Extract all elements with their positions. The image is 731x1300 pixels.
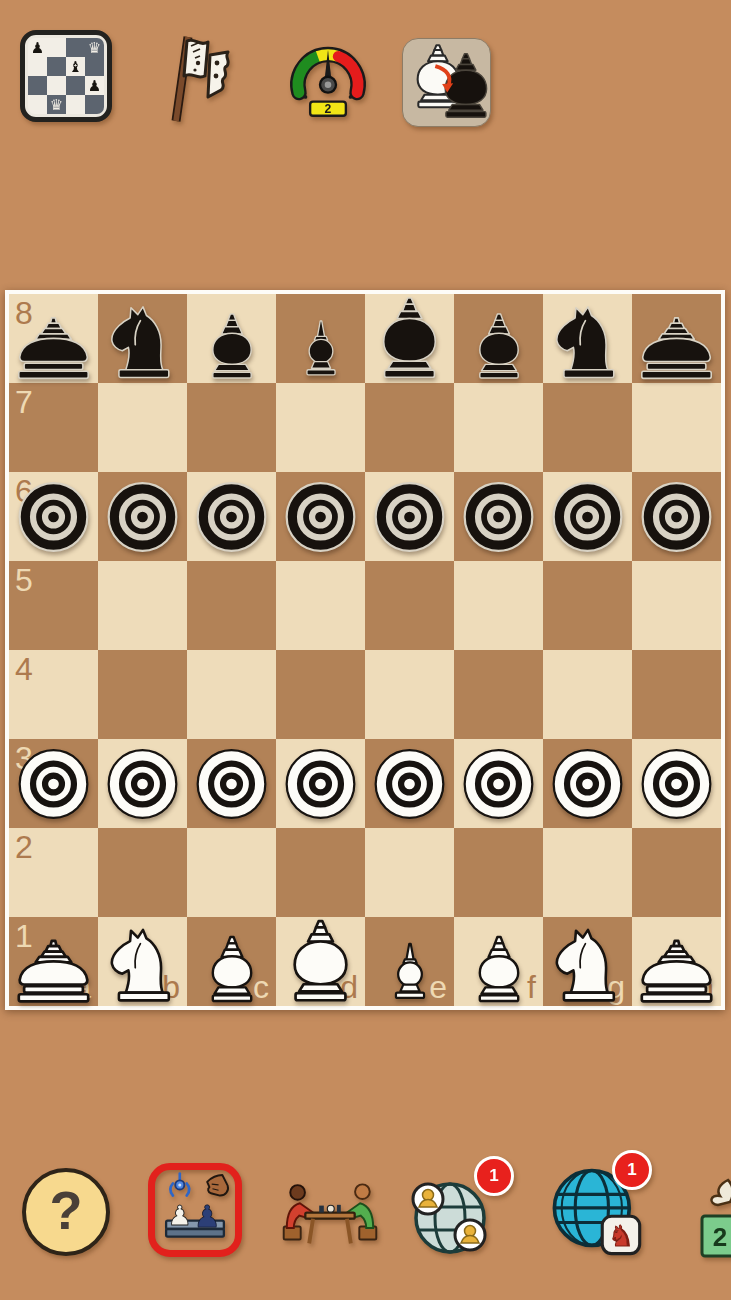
- black-bishop-c8[interactable]: [192, 306, 272, 386]
- help-button[interactable]: ?: [22, 1168, 110, 1256]
- position-setup-button[interactable]: ♟♛♝♟♛: [20, 30, 112, 122]
- mini-board-cell: [47, 38, 66, 57]
- white-bishop-c1[interactable]: [192, 929, 272, 1009]
- square-f4[interactable]: [454, 650, 543, 739]
- rank-label-7: 7: [15, 386, 33, 418]
- board: 87654321abcdefgh: [5, 290, 725, 1010]
- online-server-badge: 1: [612, 1150, 652, 1190]
- resign-button[interactable]: [150, 28, 250, 130]
- mini-board-cell: ♟: [85, 76, 104, 95]
- black-bishop-f8[interactable]: [459, 306, 539, 386]
- square-b4[interactable]: [98, 650, 187, 739]
- white-pawn-c3[interactable]: [187, 738, 276, 830]
- square-d7[interactable]: [276, 383, 365, 472]
- mini-board-cell: ♟: [28, 38, 47, 57]
- difficulty-button[interactable]: 2: [281, 33, 375, 127]
- square-f1[interactable]: f: [454, 917, 543, 1006]
- square-g6[interactable]: [543, 472, 632, 561]
- white-king-d1[interactable]: [276, 915, 365, 1009]
- square-a3[interactable]: 3: [9, 739, 98, 828]
- white-pawn-d3[interactable]: [276, 738, 365, 830]
- black-pawn-b6[interactable]: [98, 471, 187, 563]
- black-queen-d8[interactable]: [284, 312, 358, 386]
- svg-text:♟: ♟: [168, 1200, 193, 1231]
- white-knight-b1[interactable]: [100, 923, 186, 1009]
- square-e8[interactable]: [365, 294, 454, 383]
- square-a5[interactable]: 5: [9, 561, 98, 650]
- difficulty-level: 2: [325, 102, 332, 116]
- square-h4[interactable]: [632, 650, 721, 739]
- square-c1[interactable]: c: [187, 917, 276, 1006]
- online-server-button[interactable]: ♞ 1: [544, 1158, 648, 1262]
- square-a1[interactable]: 1a: [9, 917, 98, 1006]
- help-label: ?: [50, 1179, 83, 1241]
- speedometer-icon: 2: [281, 33, 375, 127]
- square-f7[interactable]: [454, 383, 543, 472]
- square-h3[interactable]: [632, 739, 721, 828]
- mini-board-cell: [66, 76, 85, 95]
- svg-text:♞: ♞: [608, 1220, 634, 1252]
- square-b5[interactable]: [98, 561, 187, 650]
- white-pawn-e3[interactable]: [365, 738, 454, 830]
- square-g1[interactable]: g: [543, 917, 632, 1006]
- square-d5[interactable]: [276, 561, 365, 650]
- white-rook-a1[interactable]: [9, 919, 98, 1009]
- square-h8[interactable]: [632, 294, 721, 383]
- square-c4[interactable]: [187, 650, 276, 739]
- switch-sides-button[interactable]: [402, 38, 491, 127]
- mini-board-cell: [28, 95, 47, 114]
- square-d3[interactable]: [276, 739, 365, 828]
- question-mark-icon: ?: [22, 1168, 110, 1256]
- square-e4[interactable]: [365, 650, 454, 739]
- white-queen-e1[interactable]: [373, 935, 447, 1009]
- square-d6[interactable]: [276, 472, 365, 561]
- square-a8[interactable]: 8: [9, 294, 98, 383]
- square-b1[interactable]: b: [98, 917, 187, 1006]
- square-d2[interactable]: [276, 828, 365, 917]
- black-pawn-a6[interactable]: [9, 471, 98, 563]
- white-pawn-b3[interactable]: [98, 738, 187, 830]
- rankings-button[interactable]: 2: [700, 1178, 731, 1268]
- square-a4[interactable]: 4: [9, 650, 98, 739]
- mini-board-cell: [66, 95, 85, 114]
- square-g2[interactable]: [543, 828, 632, 917]
- square-h2[interactable]: [632, 828, 721, 917]
- online-friends-button[interactable]: 1: [406, 1162, 506, 1262]
- selected-mode-highlight: ♟ ♟: [148, 1163, 242, 1257]
- black-rook-h8[interactable]: [632, 296, 721, 386]
- square-h5[interactable]: [632, 561, 721, 650]
- mini-board-cell: [28, 76, 47, 95]
- black-pawn-d6[interactable]: [276, 471, 365, 563]
- square-c2[interactable]: [187, 828, 276, 917]
- square-h6[interactable]: [632, 472, 721, 561]
- square-g4[interactable]: [543, 650, 632, 739]
- white-pawn-a3[interactable]: [9, 738, 98, 830]
- mini-board-cell: [28, 57, 47, 76]
- white-pawn-f3[interactable]: [454, 738, 543, 830]
- mini-board-cell: [47, 57, 66, 76]
- rank-label-2: 2: [15, 831, 33, 863]
- square-e6[interactable]: [365, 472, 454, 561]
- play-vs-computer-button[interactable]: ♟ ♟: [148, 1163, 242, 1257]
- square-c3[interactable]: [187, 739, 276, 828]
- podium-trophy-icon: 2: [700, 1178, 731, 1268]
- rankings-value: 2: [713, 1222, 727, 1252]
- mini-board-cell: [85, 57, 104, 76]
- white-rook-h1[interactable]: [632, 919, 721, 1009]
- black-knight-g8[interactable]: [545, 300, 631, 386]
- square-c7[interactable]: [187, 383, 276, 472]
- mini-board-cell: ♛: [47, 95, 66, 114]
- mini-board-cell: [47, 76, 66, 95]
- square-g3[interactable]: [543, 739, 632, 828]
- white-pawn-g3[interactable]: [543, 738, 632, 830]
- square-e1[interactable]: e: [365, 917, 454, 1006]
- black-pawn-e6[interactable]: [365, 471, 454, 563]
- square-e7[interactable]: [365, 383, 454, 472]
- black-rook-a8[interactable]: [9, 296, 98, 386]
- rank-label-5: 5: [15, 564, 33, 596]
- two-player-local-button[interactable]: [276, 1172, 384, 1250]
- mini-board-cell: [85, 95, 104, 114]
- online-friends-badge: 1: [474, 1156, 514, 1196]
- svg-text:♟: ♟: [194, 1199, 221, 1233]
- black-pawn-c6[interactable]: [187, 471, 276, 563]
- players-at-table-icon: [276, 1172, 384, 1250]
- square-b3[interactable]: [98, 739, 187, 828]
- square-a7[interactable]: 7: [9, 383, 98, 472]
- mini-chessboard-icon: ♟♛♝♟♛: [20, 30, 112, 122]
- square-g8[interactable]: [543, 294, 632, 383]
- mini-board-cell: ♝: [66, 57, 85, 76]
- square-g5[interactable]: [543, 561, 632, 650]
- square-a6[interactable]: 6: [9, 472, 98, 561]
- square-d4[interactable]: [276, 650, 365, 739]
- square-b7[interactable]: [98, 383, 187, 472]
- rank-label-4: 4: [15, 653, 33, 685]
- square-b6[interactable]: [98, 472, 187, 561]
- torn-flag-icon: [150, 28, 250, 130]
- black-pawn-h6[interactable]: [632, 471, 721, 563]
- square-h1[interactable]: h: [632, 917, 721, 1006]
- square-h7[interactable]: [632, 383, 721, 472]
- square-c6[interactable]: [187, 472, 276, 561]
- mini-board-cell: [66, 38, 85, 57]
- white-pawn-h3[interactable]: [632, 738, 721, 830]
- white-bishop-f1[interactable]: [459, 929, 539, 1009]
- mini-board-cell: ♛: [85, 38, 104, 57]
- white-knight-g1[interactable]: [545, 923, 631, 1009]
- square-f2[interactable]: [454, 828, 543, 917]
- square-g7[interactable]: [543, 383, 632, 472]
- black-king-e8[interactable]: [365, 292, 454, 386]
- square-b2[interactable]: [98, 828, 187, 917]
- black-pawn-g6[interactable]: [543, 471, 632, 563]
- square-d8[interactable]: [276, 294, 365, 383]
- app-root: ♟♛♝♟♛: [0, 0, 731, 1300]
- square-f8[interactable]: [454, 294, 543, 383]
- square-c8[interactable]: [187, 294, 276, 383]
- square-c5[interactable]: [187, 561, 276, 650]
- square-a2[interactable]: 2: [9, 828, 98, 917]
- square-e2[interactable]: [365, 828, 454, 917]
- square-f3[interactable]: [454, 739, 543, 828]
- square-e3[interactable]: [365, 739, 454, 828]
- square-f6[interactable]: [454, 472, 543, 561]
- black-knight-b8[interactable]: [100, 300, 186, 386]
- square-e5[interactable]: [365, 561, 454, 650]
- square-f5[interactable]: [454, 561, 543, 650]
- robot-and-hand-over-board-icon: ♟ ♟: [157, 1172, 233, 1248]
- swap-white-black-piece-icon: [402, 38, 491, 127]
- square-d1[interactable]: d: [276, 917, 365, 1006]
- black-pawn-f6[interactable]: [454, 471, 543, 563]
- square-b8[interactable]: [98, 294, 187, 383]
